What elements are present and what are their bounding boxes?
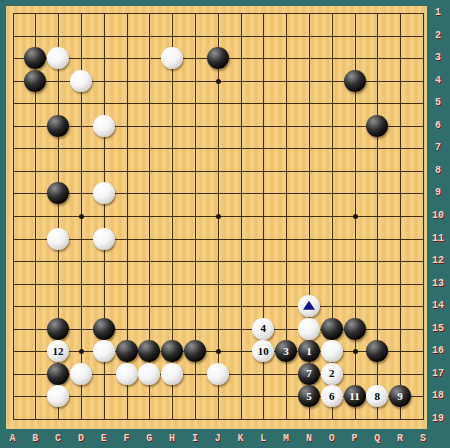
stone-black-C6[interactable] bbox=[47, 115, 69, 137]
row-label-2: 2 bbox=[428, 30, 448, 42]
row-label-17: 17 bbox=[428, 368, 448, 380]
stone-black-N16-move-1[interactable]: 1 bbox=[298, 340, 320, 362]
star-point-J16 bbox=[216, 349, 221, 354]
move-number-label: 1 bbox=[306, 346, 312, 357]
star-point-J10 bbox=[216, 214, 221, 219]
col-label-O: O bbox=[323, 433, 341, 445]
stone-white-O17-move-2[interactable]: 2 bbox=[321, 363, 343, 385]
stone-black-I16[interactable] bbox=[184, 340, 206, 362]
col-label-L: L bbox=[254, 433, 272, 445]
col-label-P: P bbox=[346, 433, 364, 445]
stone-white-L15-move-4[interactable]: 4 bbox=[252, 318, 274, 340]
move-number-label: 12 bbox=[53, 346, 64, 357]
stone-white-E16[interactable] bbox=[93, 340, 115, 362]
stone-black-E15[interactable] bbox=[93, 318, 115, 340]
row-label-18: 18 bbox=[428, 390, 448, 402]
grid-line bbox=[400, 13, 401, 420]
move-number-label: 3 bbox=[283, 346, 289, 357]
col-label-B: B bbox=[26, 433, 44, 445]
star-point-D10 bbox=[79, 214, 84, 219]
col-label-I: I bbox=[186, 433, 204, 445]
stone-black-Q6[interactable] bbox=[366, 115, 388, 137]
move-number-label: 2 bbox=[329, 368, 335, 379]
row-label-10: 10 bbox=[428, 210, 448, 222]
col-label-Q: Q bbox=[368, 433, 386, 445]
stone-white-N14[interactable] bbox=[298, 295, 320, 317]
stone-white-G17[interactable] bbox=[138, 363, 160, 385]
col-label-A: A bbox=[4, 433, 22, 445]
stone-black-N17-move-7[interactable]: 7 bbox=[298, 363, 320, 385]
triangle-marker-icon bbox=[303, 301, 315, 310]
move-number-label: 11 bbox=[349, 391, 359, 402]
stone-white-O18-move-6[interactable]: 6 bbox=[321, 385, 343, 407]
row-label-3: 3 bbox=[428, 52, 448, 64]
stone-white-E9[interactable] bbox=[93, 182, 115, 204]
col-label-J: J bbox=[209, 433, 227, 445]
move-number-label: 4 bbox=[261, 323, 267, 334]
col-label-R: R bbox=[391, 433, 409, 445]
stone-white-D17[interactable] bbox=[70, 363, 92, 385]
stone-black-F16[interactable] bbox=[116, 340, 138, 362]
row-label-1: 1 bbox=[428, 7, 448, 19]
stone-black-O15[interactable] bbox=[321, 318, 343, 340]
col-label-G: G bbox=[140, 433, 158, 445]
stone-white-J17[interactable] bbox=[207, 363, 229, 385]
stone-white-C11[interactable] bbox=[47, 228, 69, 250]
col-label-H: H bbox=[163, 433, 181, 445]
col-label-M: M bbox=[277, 433, 295, 445]
stone-black-P18-move-11[interactable]: 11 bbox=[344, 385, 366, 407]
grid-line bbox=[13, 261, 424, 262]
row-label-8: 8 bbox=[428, 165, 448, 177]
move-number-label: 8 bbox=[375, 391, 381, 402]
row-label-14: 14 bbox=[428, 300, 448, 312]
col-label-D: D bbox=[72, 433, 90, 445]
stone-white-N15[interactable] bbox=[298, 318, 320, 340]
row-label-4: 4 bbox=[428, 75, 448, 87]
star-point-P10 bbox=[353, 214, 358, 219]
stone-white-E6[interactable] bbox=[93, 115, 115, 137]
row-label-15: 15 bbox=[428, 323, 448, 335]
col-label-K: K bbox=[232, 433, 250, 445]
star-point-P16 bbox=[353, 349, 358, 354]
row-label-11: 11 bbox=[428, 233, 448, 245]
move-number-label: 7 bbox=[306, 368, 312, 379]
col-label-C: C bbox=[49, 433, 67, 445]
row-label-5: 5 bbox=[428, 97, 448, 109]
move-number-label: 9 bbox=[397, 391, 403, 402]
row-label-16: 16 bbox=[428, 345, 448, 357]
move-number-label: 10 bbox=[258, 346, 269, 357]
grid-line bbox=[423, 13, 424, 420]
grid-line bbox=[13, 284, 424, 285]
stone-white-D4[interactable] bbox=[70, 70, 92, 92]
move-number-label: 5 bbox=[306, 391, 312, 402]
go-board-frame: 412103172561189 ABCDEFGHIJKLMNOPQRS 1234… bbox=[0, 0, 450, 448]
stone-black-B4[interactable] bbox=[24, 70, 46, 92]
col-label-N: N bbox=[300, 433, 318, 445]
grid-line bbox=[13, 306, 424, 307]
star-point-J4 bbox=[216, 79, 221, 84]
stone-white-F17[interactable] bbox=[116, 363, 138, 385]
row-label-7: 7 bbox=[428, 142, 448, 154]
grid-line bbox=[13, 239, 424, 240]
row-label-6: 6 bbox=[428, 120, 448, 132]
row-label-13: 13 bbox=[428, 278, 448, 290]
grid-line bbox=[241, 13, 242, 420]
col-label-E: E bbox=[95, 433, 113, 445]
stone-black-C15[interactable] bbox=[47, 318, 69, 340]
row-label-19: 19 bbox=[428, 413, 448, 425]
move-number-label: 6 bbox=[329, 391, 335, 402]
stone-black-C17[interactable] bbox=[47, 363, 69, 385]
stone-black-J3[interactable] bbox=[207, 47, 229, 69]
row-label-9: 9 bbox=[428, 187, 448, 199]
stone-black-P15[interactable] bbox=[344, 318, 366, 340]
stone-white-E11[interactable] bbox=[93, 228, 115, 250]
col-label-S: S bbox=[414, 433, 432, 445]
row-label-12: 12 bbox=[428, 255, 448, 267]
grid-line bbox=[13, 419, 424, 420]
col-label-F: F bbox=[118, 433, 136, 445]
stone-white-O16[interactable] bbox=[321, 340, 343, 362]
stone-black-P4[interactable] bbox=[344, 70, 366, 92]
stone-white-H17[interactable] bbox=[161, 363, 183, 385]
